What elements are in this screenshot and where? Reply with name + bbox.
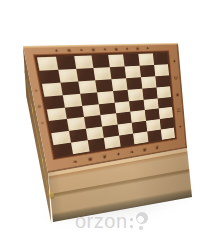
- board-square: [153, 53, 168, 65]
- hinge-pin: [50, 192, 54, 200]
- board-square: [56, 56, 76, 70]
- board-square: [119, 134, 135, 147]
- board-square: [91, 55, 109, 68]
- board-square: [58, 69, 78, 83]
- chess-board: [37, 53, 175, 157]
- board-square: [74, 55, 93, 68]
- hinge-knuckle: [42, 155, 44, 172]
- board-square: [103, 136, 120, 149]
- board-frame-inner: [34, 51, 176, 159]
- watermark: orzon: [75, 211, 148, 231]
- board-square: [133, 132, 148, 145]
- board-square: [108, 54, 125, 67]
- board-square: [37, 57, 58, 71]
- board-square: [161, 128, 175, 140]
- watermark-colon-icon: [130, 218, 133, 228]
- watermark-text: orzon: [75, 211, 128, 231]
- board-square: [39, 70, 60, 84]
- board-square: [123, 54, 139, 66]
- board-square: [147, 130, 162, 142]
- board-square: [88, 138, 106, 152]
- product-photo: ✦ ❀ ✦ ❀ ✦ ❀ ✦ ❀ ✦ ✦ D ❀ H ✦ ❧ ❀ ❦ ✦ ❧ ❀ …: [0, 0, 219, 250]
- board-square: [54, 143, 73, 157]
- watermark-logo-dot-icon: [139, 226, 143, 230]
- watermark-logo-circle-icon: [136, 212, 148, 224]
- board-square: [139, 53, 155, 65]
- board-square: [71, 140, 89, 154]
